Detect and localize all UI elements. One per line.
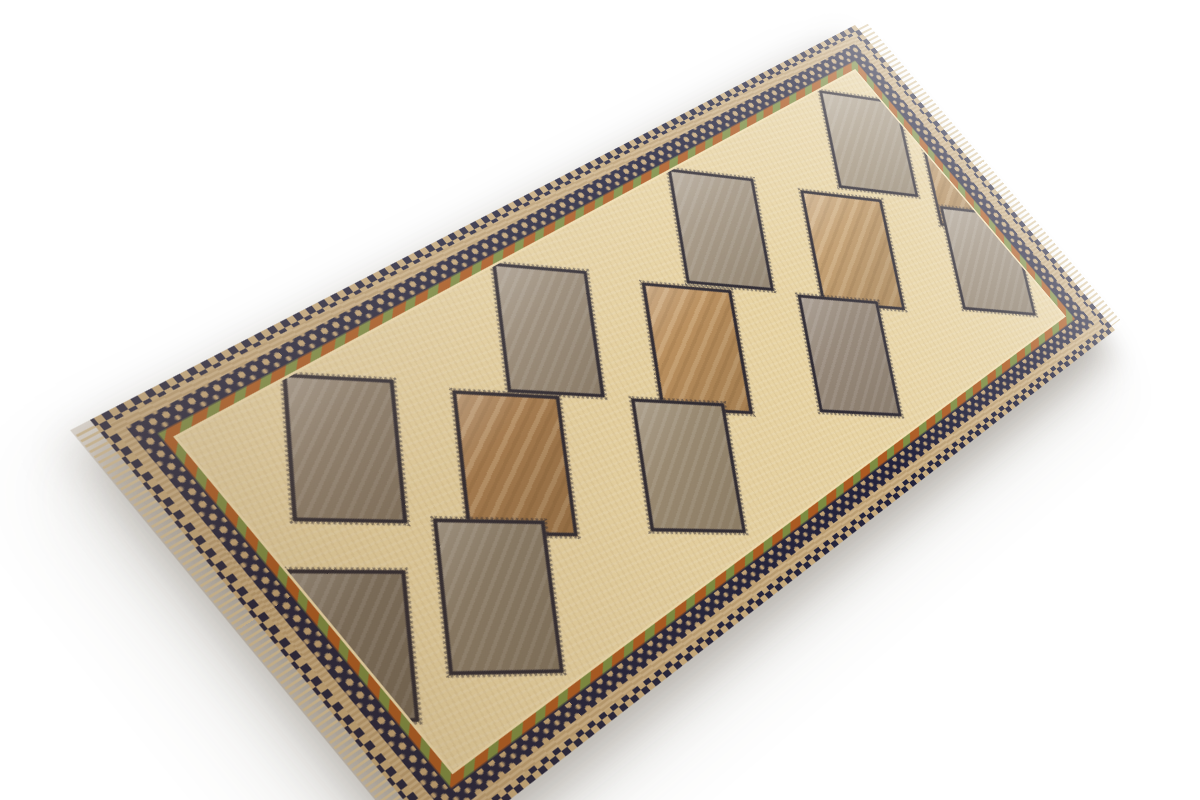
rug-diamond-K <box>631 398 746 533</box>
rug-diamond-H <box>797 294 901 416</box>
rug-diamond-G <box>642 282 753 414</box>
rug-diamond-J <box>452 390 578 536</box>
rug-diamond-I <box>282 374 407 524</box>
photo-stage <box>0 0 1200 800</box>
diamond-layer <box>855 71 1063 316</box>
rug <box>90 25 1115 800</box>
rug-diamond-E <box>800 190 905 310</box>
rug-diamond-M <box>433 518 564 675</box>
rug-diamond-D <box>668 169 774 291</box>
rug-diamond-F <box>492 263 605 398</box>
